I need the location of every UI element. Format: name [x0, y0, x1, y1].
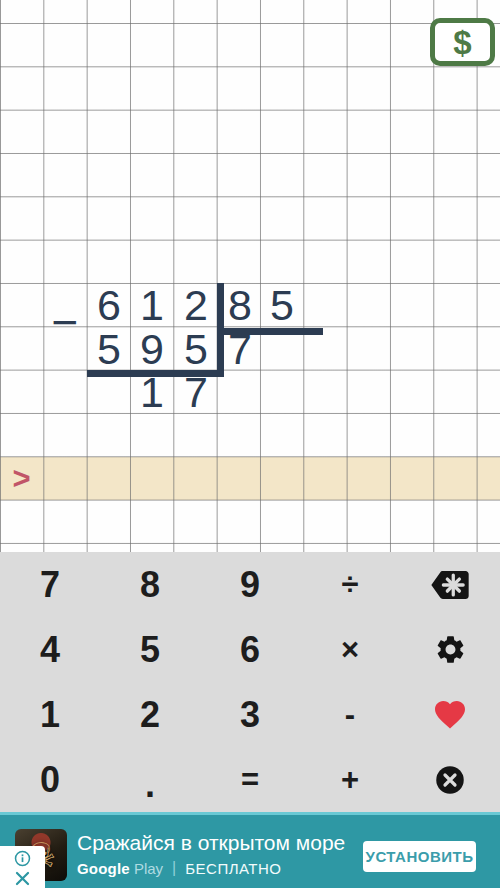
key-9[interactable]: 9: [200, 552, 300, 617]
ad-close-button[interactable]: [14, 870, 31, 887]
dividend-digit: 1: [130, 283, 174, 327]
divisor-digit: 5: [260, 283, 304, 327]
ad-controls: [0, 846, 45, 888]
ad-banner[interactable]: ☠ Сражайся в открытом море Google Play |…: [0, 812, 500, 888]
settings-gear-icon: [434, 633, 467, 666]
divisor-underline: [217, 328, 323, 335]
key-multiply[interactable]: ×: [300, 617, 400, 682]
key-2[interactable]: 2: [100, 682, 200, 747]
key-8[interactable]: 8: [100, 552, 200, 617]
ad-title: Сражайся в открытом море: [77, 831, 345, 855]
close-circle-icon: [435, 765, 465, 795]
key-decimal[interactable]: .: [100, 747, 200, 812]
coins-currency-button[interactable]: $: [430, 18, 495, 66]
key-1[interactable]: 1: [0, 682, 100, 747]
key-5[interactable]: 5: [100, 617, 200, 682]
key-6[interactable]: 6: [200, 617, 300, 682]
subtraction-underline: [87, 370, 224, 377]
subtrahend-digit: 5: [87, 327, 131, 371]
google-play-logo: Google: [77, 860, 130, 877]
price-label: БЕСПЛАТНО: [185, 860, 281, 877]
key-3[interactable]: 3: [200, 682, 300, 747]
favorite-key[interactable]: [400, 682, 500, 747]
dividend-digit: 6: [87, 283, 131, 327]
subtrahend-digit: 9: [130, 327, 174, 371]
favorite-heart-icon: [432, 698, 468, 731]
close-x-icon: [14, 870, 31, 887]
comparison-symbol: >: [0, 457, 43, 500]
dividend-digit: 2: [174, 283, 218, 327]
subline-separator: |: [172, 859, 176, 877]
key-minus[interactable]: -: [300, 682, 400, 747]
answer-input-row[interactable]: [0, 457, 500, 500]
key-4[interactable]: 4: [0, 617, 100, 682]
worksheet-grid-paper: − 6 1 2 8 5 5 9 5 7 1 7 > $: [0, 0, 500, 552]
minus-sign: −: [43, 300, 87, 344]
ad-info-button[interactable]: [14, 850, 31, 867]
google-play-logo-suffix: Play: [134, 860, 163, 877]
close-keypad-key[interactable]: [400, 747, 500, 812]
key-plus[interactable]: +: [300, 747, 400, 812]
numeric-keypad: 7 8 9 ÷ 4 5 6 × 1 2 3: [0, 552, 500, 812]
key-0[interactable]: 0: [0, 747, 100, 812]
backspace-icon: [431, 571, 469, 599]
install-button[interactable]: УСТАНОВИТЬ: [363, 841, 476, 872]
key-divide[interactable]: ÷: [300, 552, 400, 617]
app-screen: − 6 1 2 8 5 5 9 5 7 1 7 > $ 7 8 9 ÷: [0, 0, 500, 888]
key-7[interactable]: 7: [0, 552, 100, 617]
ad-subline: Google Play | БЕСПЛАТНО: [77, 859, 282, 877]
decimal-label: .: [145, 764, 155, 806]
divisor-digit: 8: [218, 283, 262, 327]
dollar-icon: $: [453, 26, 471, 59]
settings-key[interactable]: [400, 617, 500, 682]
key-equals[interactable]: =: [200, 747, 300, 812]
subtrahend-digit: 5: [174, 327, 218, 371]
backspace-key[interactable]: [400, 552, 500, 617]
info-icon: [14, 850, 31, 867]
